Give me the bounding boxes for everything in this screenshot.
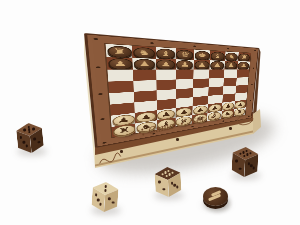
die-pip: [104, 185, 107, 188]
chess-piece-glyph: ♟: [161, 60, 172, 68]
die-pip: [22, 140, 25, 143]
chess-piece-glyph: ♞: [228, 53, 236, 60]
chess-piece-glyph: ♟: [213, 62, 221, 69]
product-photo-scene: ♜♞♝♛♚♝♞♜♟♟♟♟♟♟♟♟♟♟♟♟♟♟♟♟♜♞♝♛♚♝♞♜ Game Se…: [0, 0, 300, 225]
chess-piece-token: ♟: [133, 59, 155, 70]
die-pip: [242, 151, 245, 154]
board-square: ♟: [107, 57, 134, 70]
die-pip: [108, 197, 111, 200]
chess-piece-token: ♟: [107, 58, 132, 70]
chess-piece-glyph: ♟: [180, 61, 190, 69]
light-die-center: [154, 166, 182, 197]
chess-piece-glyph: ♟: [240, 63, 247, 69]
chess-piece-glyph: ♟: [113, 59, 127, 68]
die-pip: [164, 171, 167, 174]
die-pip: [167, 170, 170, 173]
frame-screw-dot: [93, 37, 98, 39]
frame-screw-dot: [249, 100, 251, 101]
die-pip: [38, 141, 41, 144]
die-pip: [97, 198, 100, 201]
dark-die-right: [231, 146, 259, 177]
board-square: ♞: [225, 51, 239, 61]
die-pip: [161, 173, 164, 176]
chess-piece-token: ♚: [194, 50, 210, 60]
chess-piece-glyph: ♟: [198, 61, 207, 68]
board-square: ♚: [194, 50, 211, 61]
chess-piece-token: ♞: [225, 52, 238, 61]
board-square: [133, 70, 156, 81]
board-square: ♟: [224, 61, 238, 70]
die-pip: [95, 194, 98, 197]
chess-piece-token: ♟: [225, 61, 238, 69]
chess-piece-glyph: ♛: [180, 50, 190, 58]
chess-piece-glyph: ♜: [241, 54, 248, 60]
board-square: ♟: [176, 59, 194, 69]
frame-screw-dot: [227, 48, 229, 49]
frame-screw-dot: [100, 118, 104, 120]
chess-piece-token: ♞: [133, 47, 155, 59]
board-square: ♜: [106, 44, 133, 58]
die-pip: [171, 171, 174, 174]
dark-die-left: [16, 122, 45, 155]
board-square: ♟: [237, 61, 250, 70]
engraving-word-set: Set: [188, 114, 205, 127]
chess-piece-glyph: ♟: [227, 62, 234, 68]
die-pip: [245, 150, 248, 153]
frame-screw-dot: [150, 42, 153, 44]
frame-screw-dot: [98, 93, 102, 95]
die-pip: [25, 145, 28, 148]
chess-piece-token: ♟: [238, 62, 250, 70]
die-pip: [112, 201, 115, 204]
dice-pips-decoration: [139, 131, 141, 133]
frame-screw-dot: [95, 66, 99, 68]
chess-piece-token: ♝: [156, 48, 175, 59]
board-square: ♟: [133, 58, 156, 70]
die-pip: [239, 167, 242, 170]
board-square: ♛: [176, 48, 194, 59]
die-pip: [158, 181, 161, 184]
chess-piece-glyph: ♜: [112, 47, 126, 57]
die-pip: [104, 189, 107, 192]
die-pip: [176, 185, 179, 188]
board-square: ♟: [194, 60, 210, 70]
die-pip: [28, 130, 31, 133]
chess-piece-token: ♟: [176, 60, 193, 70]
light-die-front-left: [91, 181, 119, 213]
chess-piece-token: ♜: [107, 45, 132, 58]
rivet-dot: [229, 127, 232, 130]
board-square: ♝: [210, 51, 225, 61]
frame-screw-dot: [254, 50, 256, 51]
frame-screw-dot: [251, 84, 253, 85]
frame-screw-dot: [193, 45, 196, 47]
die-pip: [249, 152, 252, 155]
spare-checker-token: [203, 187, 228, 206]
chess-piece-glyph: ♚: [198, 51, 207, 59]
chess-piece-glyph: ♝: [214, 52, 222, 59]
board-square: ♜: [238, 52, 251, 61]
die-pip: [19, 136, 22, 139]
chess-piece-glyph: ♞: [138, 48, 151, 57]
chess-piece-token: ♛: [176, 49, 193, 59]
chess-piece-token: ♟: [194, 60, 209, 69]
dice-pips-decoration: [211, 116, 213, 118]
die-pip: [235, 160, 238, 163]
board-square: ♝: [155, 47, 176, 59]
chess-piece-token: ♟: [156, 59, 175, 69]
frame-screw-dot: [252, 67, 254, 68]
chess-piece-glyph: ♝: [160, 49, 171, 58]
die-pip: [99, 203, 102, 206]
frame-screw-dot: [102, 141, 106, 143]
die-pip: [252, 166, 255, 169]
chess-piece-token: ♝: [211, 51, 225, 60]
dice-pips-decoration: [180, 123, 182, 125]
die-pip: [33, 138, 36, 141]
die-pip: [32, 128, 35, 131]
die-pip: [168, 173, 171, 176]
die-pip: [239, 152, 242, 155]
chess-piece-glyph: ♟: [138, 60, 150, 69]
die-pip: [163, 188, 166, 191]
die-pip: [246, 153, 249, 156]
board-square: [107, 70, 133, 82]
board-square: [156, 70, 176, 81]
board-square: ♟: [156, 58, 176, 69]
die-pip: [23, 129, 26, 132]
rivet-dot: [120, 150, 123, 153]
board-square: ♟: [210, 60, 225, 69]
rivet-dot: [176, 138, 179, 141]
board-square: ♞: [132, 46, 155, 59]
chess-piece-token: ♟: [210, 61, 224, 70]
